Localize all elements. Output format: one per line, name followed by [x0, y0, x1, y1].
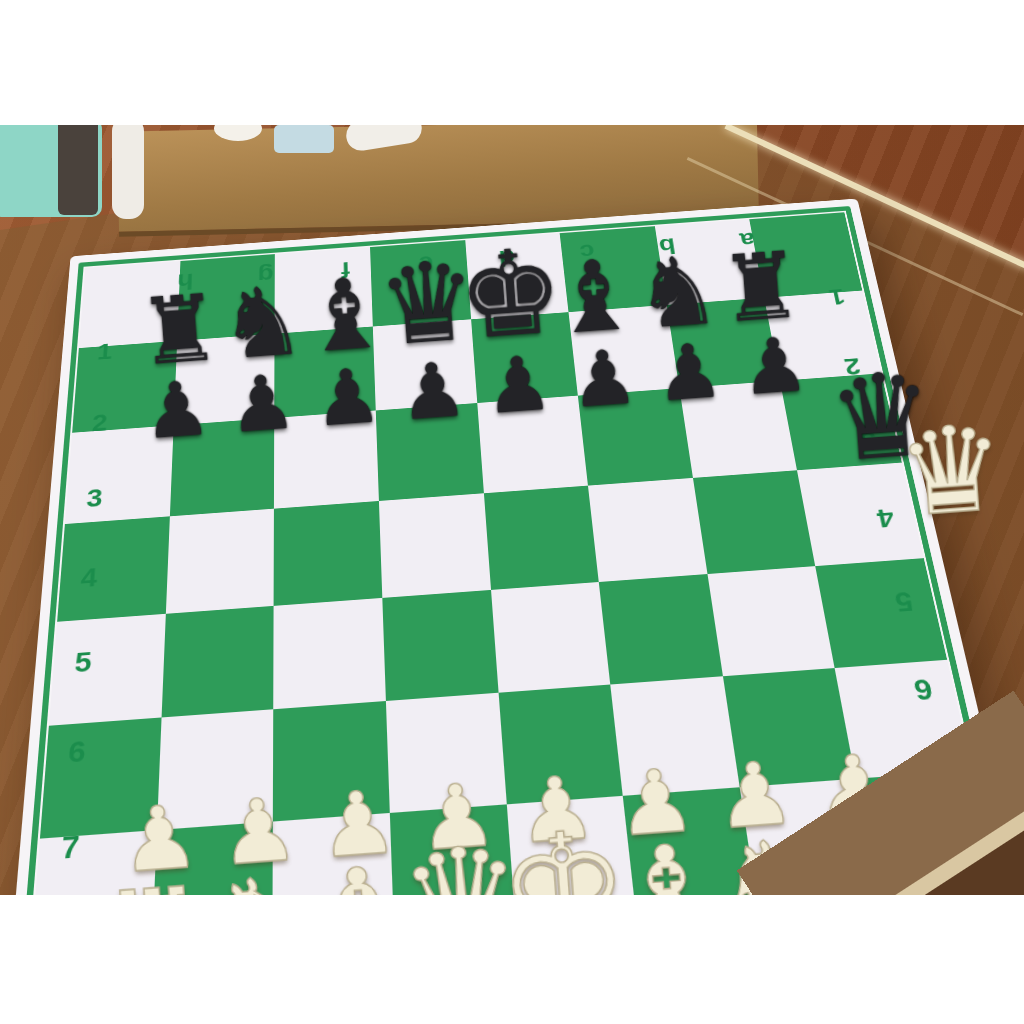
coord-label-h: h — [144, 262, 226, 301]
piece-black-pawn-g2[interactable]: ♟ — [226, 365, 299, 445]
piece-white-bishop-c8[interactable]: ♝ — [610, 827, 726, 895]
coord-label-a: a — [704, 221, 790, 260]
coord-label-d: d — [465, 238, 548, 277]
piece-white-rook-h8[interactable]: ♜ — [99, 872, 208, 895]
piece-black-pawn-c2[interactable]: ♟ — [568, 339, 641, 419]
coord-label-c: c — [545, 233, 629, 272]
dark-chair-slot — [58, 125, 98, 215]
piece-black-pawn-h2[interactable]: ♟ — [140, 371, 213, 451]
white-chair-leg — [112, 125, 144, 219]
piece-black-pawn-d2[interactable]: ♟ — [482, 346, 555, 426]
coord-label-f: f — [306, 250, 387, 289]
piece-black-pawn-e2[interactable]: ♟ — [397, 352, 470, 432]
spare-white-queen[interactable]: ♛ — [894, 408, 1009, 534]
photo-scene: 12345678 12345678 hgfedcba hgfedcba ♜♞♝♛… — [0, 125, 1024, 895]
piece-black-pawn-f2[interactable]: ♟ — [311, 358, 384, 438]
piece-black-pawn-a2[interactable]: ♟ — [739, 327, 812, 407]
coord-label-g: g — [225, 256, 306, 295]
blue-object — [274, 125, 334, 153]
coord-label-b: b — [625, 227, 710, 266]
piece-white-knight-g8[interactable]: ♞ — [200, 860, 314, 895]
coord-label-e: e — [385, 244, 467, 283]
piece-black-pawn-b2[interactable]: ♟ — [653, 333, 726, 413]
